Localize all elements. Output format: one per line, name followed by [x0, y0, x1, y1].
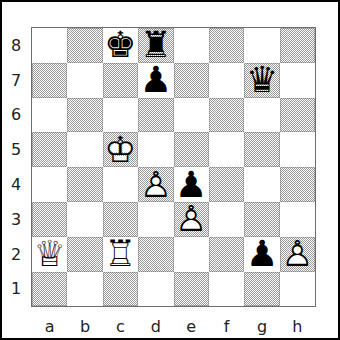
- square-h2[interactable]: ♟♙: [280, 237, 315, 272]
- black-pawn-icon: ♟: [138, 63, 173, 98]
- rank-label-4: 4: [6, 167, 26, 202]
- square-f1[interactable]: [209, 272, 244, 307]
- square-c3[interactable]: [103, 202, 138, 237]
- white-queen-icon: ♕: [32, 237, 67, 272]
- square-d1[interactable]: [138, 272, 173, 307]
- white-rook-icon: ♖: [103, 237, 138, 272]
- square-h3[interactable]: [280, 202, 315, 237]
- rank-labels: 87654321: [6, 28, 26, 306]
- square-g6[interactable]: [244, 98, 279, 133]
- square-d4[interactable]: ♟♙: [138, 167, 173, 202]
- square-c8[interactable]: ♚: [103, 28, 138, 63]
- file-label-a: a: [32, 314, 67, 338]
- piece-white-pawn[interactable]: ♟♙: [280, 237, 315, 272]
- piece-white-queen[interactable]: ♛♕: [32, 237, 67, 272]
- square-b8[interactable]: [67, 28, 102, 63]
- square-d5[interactable]: [138, 132, 173, 167]
- square-e1[interactable]: [174, 272, 209, 307]
- square-c5[interactable]: ♚♔: [103, 132, 138, 167]
- rank-label-3: 3: [6, 202, 26, 237]
- square-f3[interactable]: [209, 202, 244, 237]
- rank-label-7: 7: [6, 63, 26, 98]
- square-b4[interactable]: [67, 167, 102, 202]
- square-d8[interactable]: ♜: [138, 28, 173, 63]
- square-c4[interactable]: [103, 167, 138, 202]
- square-b7[interactable]: [67, 63, 102, 98]
- square-d2[interactable]: [138, 237, 173, 272]
- chess-diagram: 87654321 ♚♜♟♛♚♔♟♙♟♟♙♛♕♜♖♟♟♙ abcdefgh: [0, 0, 340, 340]
- square-a2[interactable]: ♛♕: [32, 237, 67, 272]
- square-f8[interactable]: [209, 28, 244, 63]
- square-c1[interactable]: [103, 272, 138, 307]
- square-e5[interactable]: [174, 132, 209, 167]
- square-g8[interactable]: [244, 28, 279, 63]
- square-f5[interactable]: [209, 132, 244, 167]
- piece-white-pawn[interactable]: ♟♙: [138, 167, 173, 202]
- square-g4[interactable]: [244, 167, 279, 202]
- square-g3[interactable]: [244, 202, 279, 237]
- square-a7[interactable]: [32, 63, 67, 98]
- square-h5[interactable]: [280, 132, 315, 167]
- square-f6[interactable]: [209, 98, 244, 133]
- square-a5[interactable]: [32, 132, 67, 167]
- square-g2[interactable]: ♟: [244, 237, 279, 272]
- square-g1[interactable]: [244, 272, 279, 307]
- piece-black-pawn[interactable]: ♟: [138, 63, 173, 98]
- white-pawn-icon: ♙: [174, 202, 209, 237]
- file-labels: abcdefgh: [32, 314, 315, 338]
- piece-black-pawn[interactable]: ♟: [244, 237, 279, 272]
- square-a3[interactable]: [32, 202, 67, 237]
- piece-black-queen[interactable]: ♛: [244, 63, 279, 98]
- square-e7[interactable]: [174, 63, 209, 98]
- square-a4[interactable]: [32, 167, 67, 202]
- black-queen-icon: ♛: [244, 63, 279, 98]
- rank-label-2: 2: [6, 237, 26, 272]
- piece-black-pawn[interactable]: ♟: [174, 167, 209, 202]
- square-e8[interactable]: [174, 28, 209, 63]
- square-a1[interactable]: [32, 272, 67, 307]
- square-f7[interactable]: [209, 63, 244, 98]
- piece-white-rook[interactable]: ♜♖: [103, 237, 138, 272]
- piece-black-king[interactable]: ♚: [103, 28, 138, 63]
- file-label-h: h: [280, 314, 315, 338]
- square-h6[interactable]: [280, 98, 315, 133]
- file-label-g: g: [244, 314, 279, 338]
- black-pawn-icon: ♟: [174, 167, 209, 202]
- black-king-icon: ♚: [103, 28, 138, 63]
- rank-label-5: 5: [6, 132, 26, 167]
- square-b5[interactable]: [67, 132, 102, 167]
- black-pawn-icon: ♟: [244, 237, 279, 272]
- square-a6[interactable]: [32, 98, 67, 133]
- chess-board: ♚♜♟♛♚♔♟♙♟♟♙♛♕♜♖♟♟♙: [31, 27, 316, 307]
- rank-label-1: 1: [6, 272, 26, 307]
- square-d6[interactable]: [138, 98, 173, 133]
- file-label-e: e: [174, 314, 209, 338]
- square-c6[interactable]: [103, 98, 138, 133]
- file-label-d: d: [138, 314, 173, 338]
- piece-white-king[interactable]: ♚♔: [103, 132, 138, 167]
- square-b1[interactable]: [67, 272, 102, 307]
- square-e2[interactable]: [174, 237, 209, 272]
- white-pawn-icon: ♙: [138, 167, 173, 202]
- square-g7[interactable]: ♛: [244, 63, 279, 98]
- square-c7[interactable]: [103, 63, 138, 98]
- square-f4[interactable]: [209, 167, 244, 202]
- square-d7[interactable]: ♟: [138, 63, 173, 98]
- square-a8[interactable]: [32, 28, 67, 63]
- black-rook-icon: ♜: [138, 28, 173, 63]
- square-b2[interactable]: [67, 237, 102, 272]
- rank-label-6: 6: [6, 98, 26, 133]
- piece-white-pawn[interactable]: ♟♙: [174, 202, 209, 237]
- file-label-c: c: [103, 314, 138, 338]
- square-d3[interactable]: [138, 202, 173, 237]
- square-g5[interactable]: [244, 132, 279, 167]
- square-c2[interactable]: ♜♖: [103, 237, 138, 272]
- square-h1[interactable]: [280, 272, 315, 307]
- file-label-b: b: [67, 314, 102, 338]
- square-e3[interactable]: ♟♙: [174, 202, 209, 237]
- square-f2[interactable]: [209, 237, 244, 272]
- piece-black-rook[interactable]: ♜: [138, 28, 173, 63]
- square-h8[interactable]: [280, 28, 315, 63]
- square-h7[interactable]: [280, 63, 315, 98]
- rank-label-8: 8: [6, 28, 26, 63]
- square-b6[interactable]: [67, 98, 102, 133]
- file-label-f: f: [209, 314, 244, 338]
- white-king-icon: ♔: [103, 132, 138, 167]
- square-b3[interactable]: [67, 202, 102, 237]
- square-e4[interactable]: ♟: [174, 167, 209, 202]
- square-e6[interactable]: [174, 98, 209, 133]
- white-pawn-icon: ♙: [280, 237, 315, 272]
- square-h4[interactable]: [280, 167, 315, 202]
